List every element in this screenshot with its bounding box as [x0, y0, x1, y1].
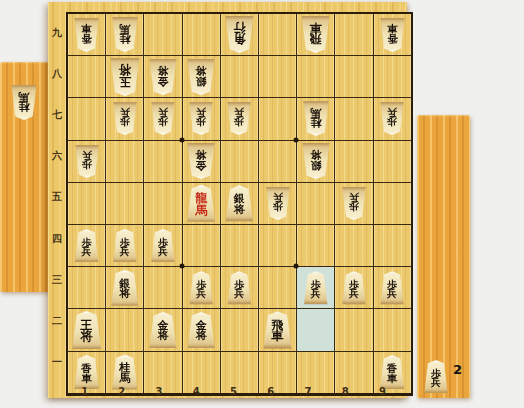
- square-5八[interactable]: [221, 56, 258, 97]
- square-6三[interactable]: [259, 267, 296, 308]
- square-6五[interactable]: 歩兵: [259, 183, 296, 224]
- square-9二[interactable]: [374, 309, 411, 350]
- star-point: [294, 137, 299, 142]
- piece-kanji: 将: [157, 65, 168, 75]
- square-2二[interactable]: [106, 309, 143, 350]
- piece-pawn[interactable]: 歩兵: [188, 102, 214, 135]
- piece-pawn[interactable]: 歩兵: [150, 102, 176, 135]
- file-label: 8: [327, 385, 364, 398]
- square-3八[interactable]: 金将: [144, 56, 181, 97]
- piece-kanji: 歩: [349, 202, 359, 212]
- square-1四[interactable]: 歩兵: [68, 225, 105, 266]
- square-3六[interactable]: [144, 141, 181, 182]
- piece-knight[interactable]: 桂馬: [10, 85, 38, 120]
- piece-kanji: 兵: [387, 108, 397, 118]
- piece-kanji: 歩: [387, 117, 397, 127]
- piece-kanji: 将: [196, 65, 207, 75]
- square-2六[interactable]: [106, 141, 143, 182]
- square-7七[interactable]: 桂馬: [297, 98, 334, 139]
- square-5九[interactable]: 角行: [221, 14, 258, 55]
- piece-kanji: 将: [157, 331, 168, 341]
- piece-kanji: 歩: [234, 117, 244, 127]
- square-3五[interactable]: [144, 183, 181, 224]
- piece-kanji: 車: [387, 374, 398, 384]
- piece-kanji: 馬: [195, 205, 207, 216]
- piece-kanji: 歩: [82, 160, 92, 170]
- square-8八[interactable]: [335, 56, 372, 97]
- square-7三[interactable]: 歩兵: [297, 267, 334, 308]
- piece-pawn[interactable]: 歩兵: [112, 229, 138, 262]
- piece-kanji: 兵: [196, 108, 206, 118]
- square-8六[interactable]: [335, 141, 372, 182]
- piece-knight[interactable]: 桂馬: [302, 101, 330, 136]
- piece-kanji: 将: [196, 149, 207, 159]
- file-label: 1: [66, 385, 103, 398]
- square-7五[interactable]: [297, 183, 334, 224]
- square-9六[interactable]: [374, 141, 411, 182]
- piece-silver[interactable]: 銀将: [186, 59, 216, 95]
- piece-pawn[interactable]: 歩兵: [112, 102, 138, 135]
- star-point: [179, 264, 184, 269]
- piece-rook[interactable]: 飛車: [262, 311, 293, 348]
- square-9三[interactable]: 歩兵: [374, 267, 411, 308]
- piece-bishop[interactable]: 角行: [224, 16, 255, 53]
- rank-labels: 九八七六五四三二一: [48, 12, 66, 383]
- square-8九[interactable]: [335, 14, 372, 55]
- square-4六[interactable]: 金将: [183, 141, 220, 182]
- star-point: [294, 264, 299, 269]
- piece-kanji: 車: [387, 23, 398, 33]
- piece-kanji: 車: [310, 22, 322, 33]
- square-1五[interactable]: [68, 183, 105, 224]
- piece-kanji: 車: [81, 374, 92, 384]
- piece-kanji: 兵: [273, 192, 283, 202]
- square-1九[interactable]: 香車: [68, 14, 105, 55]
- piece-kanji: 兵: [158, 247, 168, 257]
- square-9七[interactable]: 歩兵: [374, 98, 411, 139]
- piece-promoted-bishop[interactable]: 龍馬: [186, 185, 217, 222]
- square-4二[interactable]: 金将: [183, 309, 220, 350]
- file-label: 2: [103, 385, 140, 398]
- square-9五[interactable]: [374, 183, 411, 224]
- piece-silver[interactable]: 銀将: [110, 270, 140, 306]
- top-player-hand-tray[interactable]: 桂馬: [0, 62, 50, 292]
- piece-kanji: 兵: [311, 289, 321, 299]
- piece-kanji: 将: [234, 205, 245, 215]
- piece-kanji: 金: [196, 160, 207, 170]
- piece-kanji: 兵: [158, 108, 168, 118]
- square-7二[interactable]: [297, 309, 334, 350]
- piece-kanji: 馬: [310, 107, 321, 117]
- piece-gold[interactable]: 金将: [186, 143, 216, 179]
- piece-kanji: 兵: [120, 247, 130, 257]
- square-6二[interactable]: 飛車: [259, 309, 296, 350]
- square-7九[interactable]: 飛車: [297, 14, 334, 55]
- square-5三[interactable]: 歩兵: [221, 267, 258, 308]
- shogi-app: 桂馬 九八七六五四三二一 香車桂馬角行飛車香車玉将金将銀将歩兵歩兵歩兵歩兵桂馬歩…: [0, 0, 524, 408]
- piece-kanji: 歩: [196, 117, 206, 127]
- piece-kanji: 銀: [310, 160, 321, 170]
- board-grid: 香車桂馬角行飛車香車玉将金将銀将歩兵歩兵歩兵歩兵桂馬歩兵歩兵金将銀将龍馬銀将歩兵…: [66, 12, 413, 396]
- square-5五[interactable]: 銀将: [221, 183, 258, 224]
- piece-kanji: 将: [196, 331, 207, 341]
- piece-kanji: 車: [81, 23, 92, 33]
- square-4四[interactable]: [183, 225, 220, 266]
- piece-lance[interactable]: 香車: [73, 355, 100, 389]
- square-1三[interactable]: [68, 267, 105, 308]
- file-label: 9: [364, 385, 401, 398]
- file-label: 5: [215, 385, 252, 398]
- star-point: [179, 137, 184, 142]
- piece-kanji: 将: [310, 149, 321, 159]
- square-8三[interactable]: 歩兵: [335, 267, 372, 308]
- square-8四[interactable]: [335, 225, 372, 266]
- piece-king[interactable]: 玉将: [109, 58, 141, 96]
- piece-silver[interactable]: 銀将: [301, 143, 331, 179]
- square-7八[interactable]: [297, 56, 334, 97]
- piece-kanji: 兵: [349, 192, 359, 202]
- piece-kanji: 兵: [82, 150, 92, 160]
- piece-kanji: 兵: [234, 289, 244, 299]
- file-label: 6: [252, 385, 289, 398]
- square-5六[interactable]: [221, 141, 258, 182]
- piece-kanji: 兵: [234, 108, 244, 118]
- rank-label: 八: [48, 53, 66, 94]
- piece-pawn[interactable]: 歩兵: [74, 229, 100, 262]
- hand-piece-count: 2: [453, 362, 462, 377]
- piece-knight[interactable]: 桂馬: [111, 17, 139, 52]
- rank-label: 二: [48, 301, 66, 342]
- piece-kanji: 歩: [273, 202, 283, 212]
- piece-lance[interactable]: 香車: [379, 355, 406, 389]
- piece-rook[interactable]: 飛車: [300, 16, 331, 53]
- piece-pawn[interactable]: 歩兵: [303, 271, 329, 304]
- piece-kanji: 歩: [158, 117, 168, 127]
- square-8七[interactable]: [335, 98, 372, 139]
- square-2三[interactable]: 銀将: [106, 267, 143, 308]
- piece-kanji: 馬: [119, 374, 130, 384]
- rank-label: 七: [48, 94, 66, 135]
- square-9四[interactable]: [374, 225, 411, 266]
- piece-kanji: 馬: [119, 23, 130, 33]
- square-5四[interactable]: [221, 225, 258, 266]
- piece-lance[interactable]: 香車: [73, 18, 100, 52]
- square-6八[interactable]: [259, 56, 296, 97]
- square-8二[interactable]: [335, 309, 372, 350]
- file-label: 3: [140, 385, 177, 398]
- piece-pawn[interactable]: 歩兵: [379, 271, 405, 304]
- rank-label: 六: [48, 136, 66, 177]
- piece-kanji: 歩: [120, 117, 130, 127]
- piece-pawn[interactable]: 歩兵: [188, 271, 214, 304]
- square-2七[interactable]: 歩兵: [106, 98, 143, 139]
- square-3三[interactable]: [144, 267, 181, 308]
- piece-kanji: 兵: [431, 378, 441, 388]
- bottom-player-hand-tray[interactable]: 歩兵2: [417, 115, 470, 398]
- piece-kanji: 兵: [387, 289, 397, 299]
- file-labels: 123456789: [66, 385, 401, 398]
- square-3四[interactable]: 歩兵: [144, 225, 181, 266]
- shogi-board-panel: 九八七六五四三二一 香車桂馬角行飛車香車玉将金将銀将歩兵歩兵歩兵歩兵桂馬歩兵歩兵…: [48, 2, 407, 398]
- piece-gold[interactable]: 金将: [148, 312, 178, 348]
- piece-kanji: 行: [233, 22, 245, 33]
- square-6四[interactable]: [259, 225, 296, 266]
- square-8五[interactable]: 歩兵: [335, 183, 372, 224]
- piece-kanji: 桂: [310, 117, 321, 127]
- square-2五[interactable]: [106, 183, 143, 224]
- square-2九[interactable]: 桂馬: [106, 14, 143, 55]
- piece-lance[interactable]: 香車: [379, 18, 406, 52]
- square-1六[interactable]: 歩兵: [68, 141, 105, 182]
- square-4五[interactable]: 龍馬: [183, 183, 220, 224]
- square-6六[interactable]: [259, 141, 296, 182]
- rank-label: 一: [48, 342, 66, 383]
- piece-pawn[interactable]: 歩兵: [226, 271, 252, 304]
- square-6七[interactable]: [259, 98, 296, 139]
- piece-kanji: 馬: [19, 91, 30, 101]
- square-1八[interactable]: [68, 56, 105, 97]
- square-1二[interactable]: 王将: [68, 309, 105, 350]
- square-4八[interactable]: 銀将: [183, 56, 220, 97]
- square-7六[interactable]: 銀将: [297, 141, 334, 182]
- square-5七[interactable]: 歩兵: [221, 98, 258, 139]
- square-2四[interactable]: 歩兵: [106, 225, 143, 266]
- piece-pawn[interactable]: 歩兵: [150, 229, 176, 262]
- square-6九[interactable]: [259, 14, 296, 55]
- square-3七[interactable]: 歩兵: [144, 98, 181, 139]
- piece-king[interactable]: 王将: [71, 311, 103, 349]
- piece-kanji: 兵: [120, 108, 130, 118]
- piece-pawn[interactable]: 歩兵: [226, 102, 252, 135]
- piece-silver[interactable]: 銀将: [224, 185, 254, 221]
- square-4九[interactable]: [183, 14, 220, 55]
- piece-pawn[interactable]: 歩兵: [423, 360, 449, 393]
- piece-gold[interactable]: 金将: [186, 312, 216, 348]
- piece-pawn[interactable]: 歩兵: [341, 271, 367, 304]
- square-7四[interactable]: [297, 225, 334, 266]
- square-9八[interactable]: [374, 56, 411, 97]
- rank-label: 五: [48, 177, 66, 218]
- piece-pawn[interactable]: 歩兵: [379, 102, 405, 135]
- piece-kanji: 将: [81, 331, 93, 342]
- piece-pawn[interactable]: 歩兵: [74, 145, 100, 178]
- square-4七[interactable]: 歩兵: [183, 98, 220, 139]
- square-3二[interactable]: 金将: [144, 309, 181, 350]
- piece-kanji: 将: [119, 64, 131, 75]
- piece-pawn[interactable]: 歩兵: [265, 187, 291, 220]
- square-9九[interactable]: 香車: [374, 14, 411, 55]
- piece-kanji: 将: [119, 289, 130, 299]
- file-label: 7: [289, 385, 326, 398]
- square-4三[interactable]: 歩兵: [183, 267, 220, 308]
- piece-kanji: 車: [272, 331, 284, 342]
- rank-label: 四: [48, 218, 66, 259]
- square-2八[interactable]: 玉将: [106, 56, 143, 97]
- rank-label: 三: [48, 259, 66, 300]
- piece-kanji: 兵: [196, 289, 206, 299]
- piece-gold[interactable]: 金将: [148, 59, 178, 95]
- square-5二[interactable]: [221, 309, 258, 350]
- square-1七[interactable]: [68, 98, 105, 139]
- file-label: 4: [178, 385, 215, 398]
- piece-kanji: 兵: [82, 247, 92, 257]
- piece-kanji: 兵: [349, 289, 359, 299]
- rank-label: 九: [48, 12, 66, 53]
- square-3九[interactable]: [144, 14, 181, 55]
- piece-pawn[interactable]: 歩兵: [341, 187, 367, 220]
